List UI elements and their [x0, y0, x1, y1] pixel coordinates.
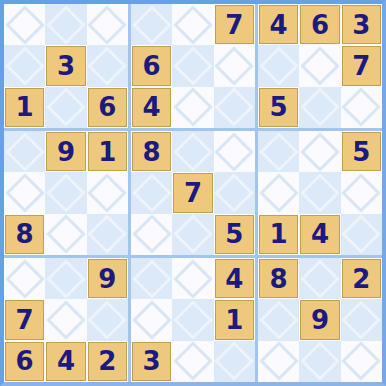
given-digit: 5 [259, 88, 298, 127]
cell-r4c7[interactable] [258, 131, 299, 172]
cell-r9c2: 4 [45, 341, 86, 382]
given-digit: 5 [215, 215, 254, 254]
cell-r1c3[interactable] [87, 4, 128, 45]
cell-r9c7[interactable] [258, 341, 299, 382]
cell-r2c3[interactable] [87, 45, 128, 86]
cell-r7c7: 8 [258, 258, 299, 299]
given-digit: 4 [46, 342, 85, 381]
box-0-0: 316 [4, 4, 128, 128]
cell-r8c8: 9 [299, 299, 340, 340]
cell-r6c4[interactable] [131, 214, 172, 255]
given-digit: 5 [342, 132, 381, 171]
cell-r2c6[interactable] [214, 45, 255, 86]
cell-r5c3[interactable] [87, 172, 128, 213]
given-digit: 7 [173, 173, 212, 212]
cell-r9c9[interactable] [341, 341, 382, 382]
cell-r9c8[interactable] [299, 341, 340, 382]
diamond-icon [132, 5, 172, 45]
cell-r1c8: 6 [299, 4, 340, 45]
box-1-2: 514 [258, 131, 382, 255]
box-2-0: 97642 [4, 258, 128, 382]
diamond-icon [300, 342, 340, 382]
given-digit: 6 [88, 88, 127, 127]
diamond-icon [46, 300, 86, 340]
cell-r1c1[interactable] [4, 4, 45, 45]
cell-r3c4: 4 [131, 87, 172, 128]
cell-r6c5[interactable] [172, 214, 213, 255]
cell-r1c5[interactable] [172, 4, 213, 45]
diamond-icon [215, 173, 255, 213]
cell-r8c3[interactable] [87, 299, 128, 340]
cell-r3c3: 6 [87, 87, 128, 128]
cell-r5c9[interactable] [341, 172, 382, 213]
box-0-1: 764 [131, 4, 255, 128]
diamond-icon [173, 132, 213, 172]
given-digit: 8 [259, 259, 298, 298]
given-digit: 3 [46, 46, 85, 85]
diamond-icon [173, 342, 213, 382]
cell-r2c5[interactable] [172, 45, 213, 86]
cell-r7c1[interactable] [4, 258, 45, 299]
cell-r7c9: 2 [341, 258, 382, 299]
given-digit: 6 [132, 46, 171, 85]
cell-r5c7[interactable] [258, 172, 299, 213]
given-digit: 1 [5, 88, 44, 127]
cell-r8c9[interactable] [341, 299, 382, 340]
diamond-icon [132, 259, 172, 299]
diamond-icon [173, 88, 213, 128]
given-digit: 8 [132, 132, 171, 171]
diamond-icon [173, 5, 213, 45]
cell-r4c6[interactable] [214, 131, 255, 172]
given-digit: 1 [88, 132, 127, 171]
diamond-icon [173, 215, 213, 255]
diamond-icon [300, 259, 340, 299]
diamond-icon [215, 46, 255, 86]
cell-r8c6: 1 [214, 299, 255, 340]
cell-r4c9: 5 [341, 131, 382, 172]
cell-r7c5[interactable] [172, 258, 213, 299]
diamond-icon [259, 46, 299, 86]
given-digit: 7 [5, 300, 44, 339]
diamond-icon [300, 88, 340, 128]
given-digit: 1 [259, 215, 298, 254]
diamond-icon [173, 300, 213, 340]
diamond-icon [5, 173, 45, 213]
cell-r4c4: 8 [131, 131, 172, 172]
given-digit: 2 [342, 259, 381, 298]
cell-r5c4[interactable] [131, 172, 172, 213]
box-2-2: 829 [258, 258, 382, 382]
given-digit: 3 [132, 342, 171, 381]
diamond-icon [342, 342, 382, 382]
diamond-icon [342, 88, 382, 128]
cell-r9c6[interactable] [214, 341, 255, 382]
cell-r1c9: 3 [341, 4, 382, 45]
cell-r6c1: 8 [4, 214, 45, 255]
given-digit: 6 [5, 342, 44, 381]
given-digit: 8 [5, 215, 44, 254]
given-digit: 4 [132, 88, 171, 127]
cell-r9c5[interactable] [172, 341, 213, 382]
diamond-icon [215, 342, 255, 382]
cell-r9c1: 6 [4, 341, 45, 382]
diamond-icon [259, 342, 299, 382]
cell-r6c8: 4 [299, 214, 340, 255]
diamond-icon [46, 173, 86, 213]
diamond-icon [88, 215, 128, 255]
cell-r2c2: 3 [45, 45, 86, 86]
cell-r8c4[interactable] [131, 299, 172, 340]
cell-r2c4: 6 [131, 45, 172, 86]
cell-r5c1[interactable] [4, 172, 45, 213]
diamond-icon [88, 46, 128, 86]
cell-r8c5[interactable] [172, 299, 213, 340]
cell-r1c7: 4 [258, 4, 299, 45]
given-digit: 4 [215, 259, 254, 298]
given-digit: 9 [300, 300, 339, 339]
cell-r7c3: 9 [87, 258, 128, 299]
diamond-icon [300, 46, 340, 86]
diamond-icon [88, 5, 128, 45]
diamond-icon [5, 259, 45, 299]
cell-r2c1[interactable] [4, 45, 45, 86]
cell-r5c2[interactable] [45, 172, 86, 213]
cell-r6c2[interactable] [45, 214, 86, 255]
diamond-icon [259, 132, 299, 172]
cell-r7c4[interactable] [131, 258, 172, 299]
cell-r3c1: 1 [4, 87, 45, 128]
cell-r3c8[interactable] [299, 87, 340, 128]
diamond-icon [46, 5, 86, 45]
diamond-icon [215, 132, 255, 172]
box-0-2: 46375 [258, 4, 382, 128]
cell-r2c9: 7 [341, 45, 382, 86]
diamond-icon [259, 300, 299, 340]
diamond-icon [259, 173, 299, 213]
cell-r6c7: 1 [258, 214, 299, 255]
cell-r4c1[interactable] [4, 131, 45, 172]
cell-r9c3: 2 [87, 341, 128, 382]
given-digit: 3 [342, 5, 381, 44]
cell-r3c5[interactable] [172, 87, 213, 128]
cell-r4c5[interactable] [172, 131, 213, 172]
diamond-icon [132, 173, 172, 213]
diamond-icon [88, 173, 128, 213]
cell-r7c6: 4 [214, 258, 255, 299]
cell-r3c2[interactable] [45, 87, 86, 128]
given-digit: 1 [215, 300, 254, 339]
given-digit: 7 [215, 5, 254, 44]
diamond-icon [5, 46, 45, 86]
given-digit: 9 [88, 259, 127, 298]
diamond-icon [5, 132, 45, 172]
box-1-1: 875 [131, 131, 255, 255]
diamond-icon [132, 215, 172, 255]
given-digit: 9 [46, 132, 85, 171]
diamond-icon [215, 88, 255, 128]
cell-r8c2[interactable] [45, 299, 86, 340]
cell-r7c8[interactable] [299, 258, 340, 299]
given-digit: 4 [259, 5, 298, 44]
given-digit: 7 [342, 46, 381, 85]
cell-r8c7[interactable] [258, 299, 299, 340]
cell-r3c7: 5 [258, 87, 299, 128]
cell-r8c1: 7 [4, 299, 45, 340]
cell-r3c6[interactable] [214, 87, 255, 128]
diamond-icon [46, 259, 86, 299]
given-digit: 4 [300, 215, 339, 254]
diamond-icon [88, 300, 128, 340]
diamond-icon [342, 300, 382, 340]
diamond-icon [342, 173, 382, 213]
cell-r5c5: 7 [172, 172, 213, 213]
cell-r4c2: 9 [45, 131, 86, 172]
cell-r2c8[interactable] [299, 45, 340, 86]
diamond-icon [173, 46, 213, 86]
diamond-icon [46, 88, 86, 128]
cell-r4c8[interactable] [299, 131, 340, 172]
diamond-icon [342, 215, 382, 255]
diamond-icon [300, 173, 340, 213]
cell-r1c4[interactable] [131, 4, 172, 45]
diamond-icon [173, 259, 213, 299]
cell-r9c4: 3 [131, 341, 172, 382]
sudoku-board: 3167644637591887551497642413829 [0, 0, 386, 386]
cell-r7c2[interactable] [45, 258, 86, 299]
cell-r2c7[interactable] [258, 45, 299, 86]
cell-r5c8[interactable] [299, 172, 340, 213]
diamond-icon [46, 215, 86, 255]
cell-r6c9[interactable] [341, 214, 382, 255]
box-2-1: 413 [131, 258, 255, 382]
cell-r4c3: 1 [87, 131, 128, 172]
cell-r1c2[interactable] [45, 4, 86, 45]
cell-r3c9[interactable] [341, 87, 382, 128]
cell-r6c3[interactable] [87, 214, 128, 255]
cell-r1c6: 7 [214, 4, 255, 45]
diamond-icon [5, 5, 45, 45]
diamond-icon [300, 132, 340, 172]
cell-r6c6: 5 [214, 214, 255, 255]
box-1-0: 918 [4, 131, 128, 255]
given-digit: 6 [300, 5, 339, 44]
cell-r5c6[interactable] [214, 172, 255, 213]
diamond-icon [132, 300, 172, 340]
given-digit: 2 [88, 342, 127, 381]
